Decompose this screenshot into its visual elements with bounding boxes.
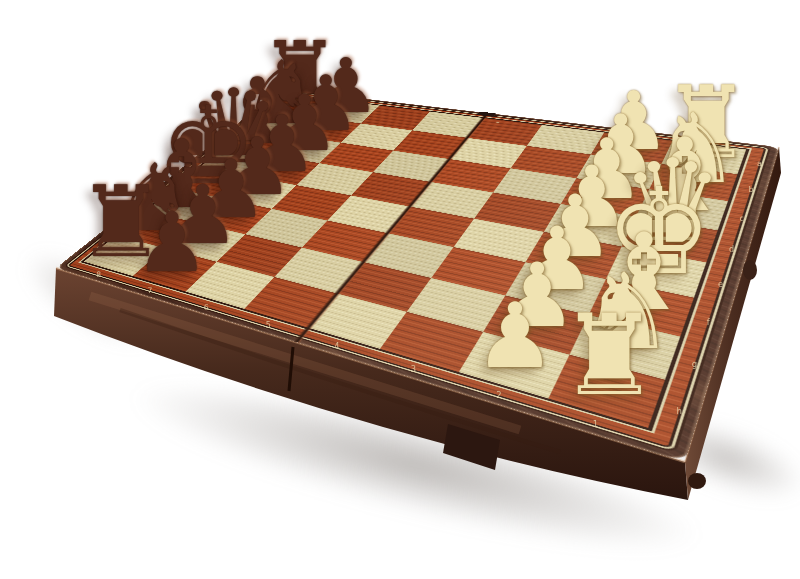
- chess-board: [81, 94, 750, 432]
- chess-board-case: [56, 89, 779, 462]
- chess-set-photo: 87654321abcdefgh ♜♞♝♛♚♝♞♜♟♟♟♟♟♟♟♟♟♟♟♟♟♟♟…: [0, 0, 800, 579]
- board-scene: [0, 0, 800, 579]
